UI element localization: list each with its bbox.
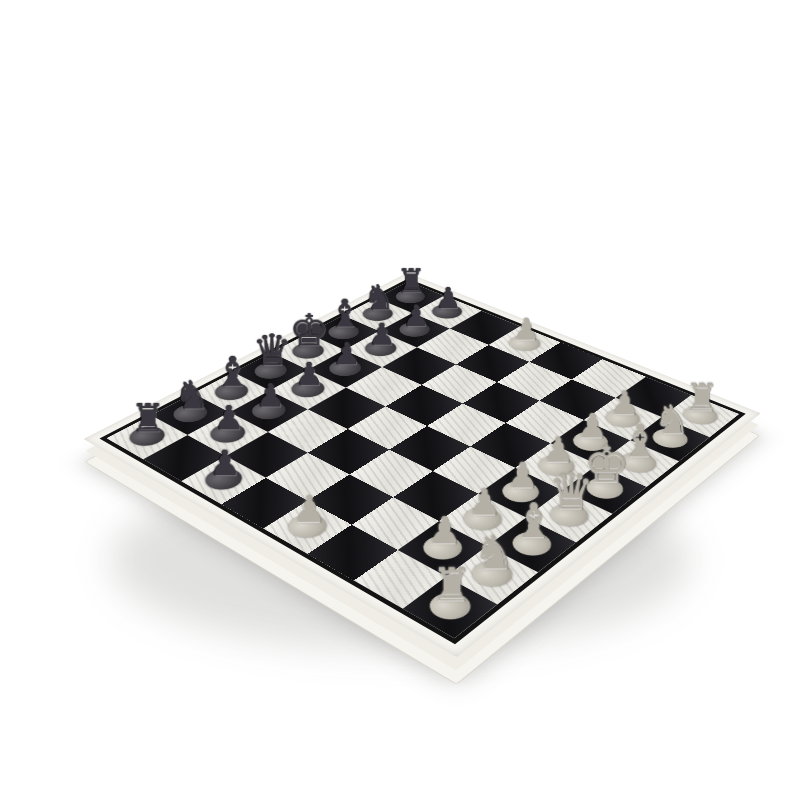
chess-piece-white-pawn: ♟: [495, 314, 557, 344]
square-a8: ♜: [107, 415, 188, 459]
chess-piece-black-rook: ♜: [114, 399, 183, 437]
chess-piece-white-rook: ♜: [411, 562, 493, 608]
product-photo-scene: ♜♞♝♛♚♝♞♜♟♟♟♟♟♟♟♟♟♟♟♟♟♟♟♟♜♞♝♛♚♝♞♜: [0, 0, 790, 790]
chess-piece-black-pawn: ♟: [195, 401, 264, 434]
square-a1: ♜: [403, 576, 498, 638]
chess-piece-black-pawn: ♟: [189, 445, 261, 480]
chess-piece-white-pawn: ♟: [271, 491, 347, 528]
